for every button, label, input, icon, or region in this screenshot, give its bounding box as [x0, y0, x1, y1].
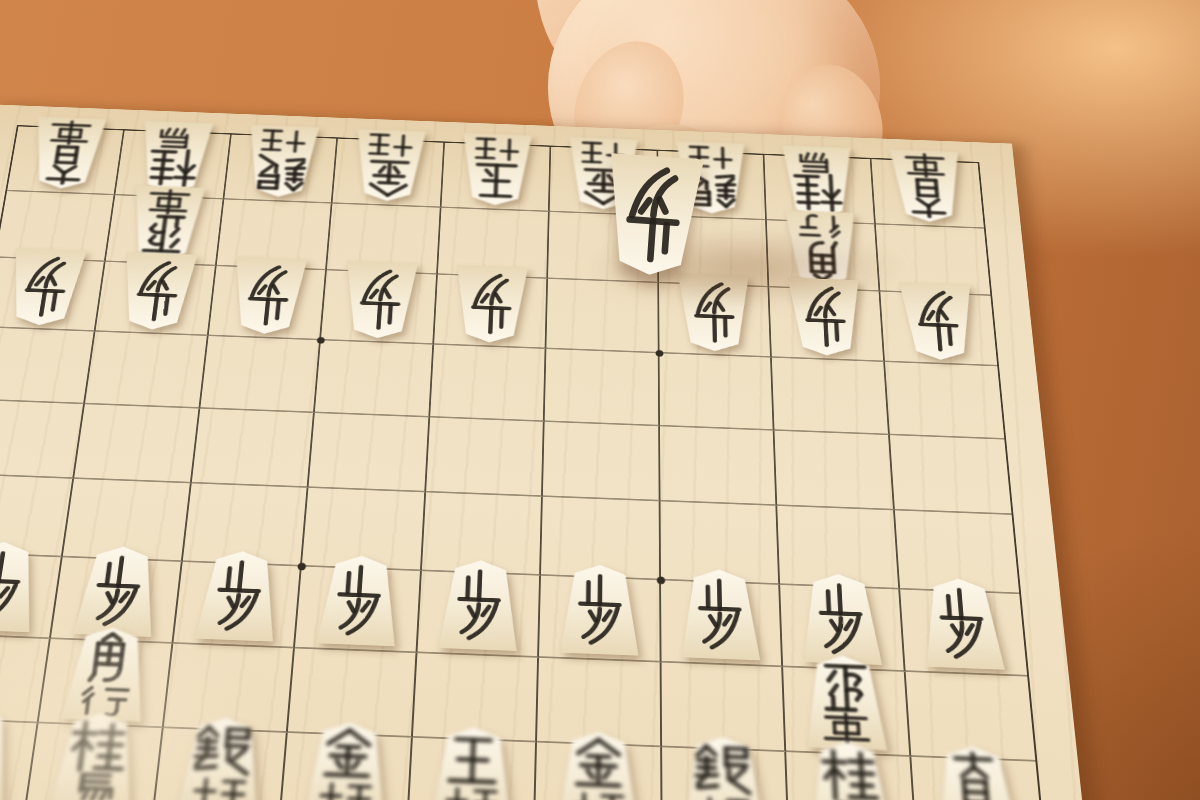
square-2i[interactable] [786, 752, 917, 800]
square-7c[interactable] [208, 266, 327, 340]
square-5e [426, 417, 545, 497]
square-7e [192, 408, 316, 488]
white-lance[interactable] [887, 149, 966, 223]
white-knight[interactable] [132, 121, 215, 194]
white-gold-general[interactable] [349, 129, 427, 203]
star-point [655, 350, 663, 357]
square-4i[interactable] [535, 743, 662, 800]
white-king-gote[interactable] [458, 133, 534, 207]
square-7d [200, 336, 321, 413]
white-pawn[interactable] [338, 260, 420, 339]
square-2d [772, 358, 890, 435]
white-pawn[interactable] [600, 153, 707, 279]
square-4g[interactable] [539, 576, 661, 663]
square-3d [659, 353, 774, 430]
white-knight[interactable] [780, 145, 857, 219]
square-5d [430, 345, 547, 422]
square-1g[interactable] [900, 590, 1027, 677]
square-5i[interactable] [408, 738, 537, 800]
white-pawn[interactable] [897, 281, 980, 361]
square-5c[interactable] [434, 275, 548, 349]
square-5g[interactable] [417, 571, 541, 657]
square-9a[interactable] [7, 126, 125, 195]
square-6d [315, 340, 434, 417]
white-pawn[interactable] [113, 252, 199, 331]
square-6a[interactable] [333, 139, 445, 208]
square-6i[interactable] [281, 733, 413, 800]
square-1d [885, 362, 1005, 439]
square-1i[interactable] [911, 757, 1044, 800]
square-6g[interactable] [295, 567, 421, 653]
square-8e [74, 404, 200, 484]
white-pawn[interactable] [226, 256, 310, 335]
white-pawn[interactable] [1, 247, 90, 326]
square-4d [545, 349, 660, 426]
square-2e [775, 430, 895, 510]
square-1c[interactable] [880, 292, 997, 366]
square-5a[interactable] [441, 143, 551, 212]
square-3i[interactable] [662, 748, 790, 800]
square-6c[interactable] [321, 271, 437, 345]
white-silver-general[interactable] [241, 125, 322, 199]
white-lance[interactable] [24, 117, 109, 190]
square-1e [889, 435, 1011, 515]
square-3e [660, 426, 778, 506]
star-point [657, 576, 665, 584]
square-9c[interactable] [0, 258, 106, 332]
square-3g[interactable] [661, 580, 784, 667]
square-8c[interactable] [96, 262, 217, 336]
white-pawn[interactable] [451, 264, 530, 343]
square-9e [0, 400, 85, 480]
square-1a[interactable] [871, 159, 984, 228]
held-piece-white-pawn[interactable] [604, 156, 703, 275]
photo-scene [0, 0, 1200, 800]
square-8d [85, 332, 208, 409]
square-6e [309, 413, 430, 493]
square-4e [543, 422, 660, 502]
square-9d [0, 327, 96, 404]
white-rook[interactable] [123, 185, 207, 261]
square-7a[interactable] [224, 135, 338, 204]
